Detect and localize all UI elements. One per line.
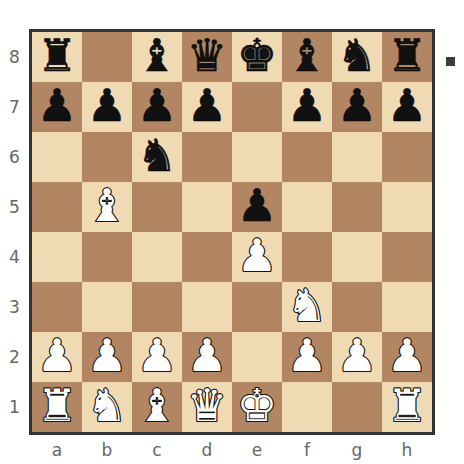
piece-black-rook[interactable]: ♜︎ — [37, 31, 77, 81]
rank-label-2: 2 — [0, 332, 29, 382]
square-a5[interactable] — [32, 182, 82, 232]
square-c2[interactable]: ♟︎ — [132, 332, 182, 382]
square-h7[interactable]: ♟︎ — [382, 82, 432, 132]
rank-labels: 87654321 — [0, 32, 29, 432]
square-f7[interactable]: ♟︎ — [282, 82, 332, 132]
file-label-d: d — [182, 437, 232, 463]
square-c1[interactable]: ♝︎ — [132, 382, 182, 432]
piece-black-pawn[interactable]: ♟︎ — [337, 81, 377, 131]
square-e3[interactable] — [232, 282, 282, 332]
square-a3[interactable] — [32, 282, 82, 332]
square-g4[interactable] — [332, 232, 382, 282]
black-to-move-indicator — [446, 57, 455, 66]
file-label-a: a — [32, 437, 82, 463]
square-f2[interactable]: ♟︎ — [282, 332, 332, 382]
piece-white-pawn[interactable]: ♟︎ — [387, 331, 427, 381]
square-d8[interactable]: ♛︎ — [182, 32, 232, 82]
square-f4[interactable] — [282, 232, 332, 282]
square-h6[interactable] — [382, 132, 432, 182]
square-a1[interactable]: ♜︎ — [32, 382, 82, 432]
board-frame: ♜︎♝︎♛︎♚︎♝︎♞︎♜︎♟︎♟︎♟︎♟︎♟︎♟︎♟︎♞︎♝︎♟︎♟︎♞︎♟︎… — [29, 29, 435, 435]
square-g3[interactable] — [332, 282, 382, 332]
square-g7[interactable]: ♟︎ — [332, 82, 382, 132]
file-label-h: h — [382, 437, 432, 463]
square-h5[interactable] — [382, 182, 432, 232]
square-e8[interactable]: ♚︎ — [232, 32, 282, 82]
square-c7[interactable]: ♟︎ — [132, 82, 182, 132]
square-d1[interactable]: ♛︎ — [182, 382, 232, 432]
rank-label-7: 7 — [0, 82, 29, 132]
rank-label-3: 3 — [0, 282, 29, 332]
square-g8[interactable]: ♞︎ — [332, 32, 382, 82]
square-a7[interactable]: ♟︎ — [32, 82, 82, 132]
piece-white-pawn[interactable]: ♟︎ — [137, 331, 177, 381]
piece-white-knight[interactable]: ♞︎ — [87, 381, 127, 431]
square-b4[interactable] — [82, 232, 132, 282]
square-b3[interactable] — [82, 282, 132, 332]
piece-black-rook[interactable]: ♜︎ — [387, 31, 427, 81]
piece-black-knight[interactable]: ♞︎ — [337, 31, 377, 81]
piece-black-pawn[interactable]: ♟︎ — [37, 81, 77, 131]
square-c8[interactable]: ♝︎ — [132, 32, 182, 82]
square-c6[interactable]: ♞︎ — [132, 132, 182, 182]
square-d2[interactable]: ♟︎ — [182, 332, 232, 382]
square-f8[interactable]: ♝︎ — [282, 32, 332, 82]
square-h1[interactable]: ♜︎ — [382, 382, 432, 432]
piece-black-knight[interactable]: ♞︎ — [137, 131, 177, 181]
square-b5[interactable]: ♝︎ — [82, 182, 132, 232]
chess-board: ♜︎♝︎♛︎♚︎♝︎♞︎♜︎♟︎♟︎♟︎♟︎♟︎♟︎♟︎♞︎♝︎♟︎♟︎♞︎♟︎… — [32, 32, 432, 432]
piece-white-rook[interactable]: ♜︎ — [387, 381, 427, 431]
piece-white-bishop[interactable]: ♝︎ — [87, 181, 127, 231]
square-c3[interactable] — [132, 282, 182, 332]
square-b8[interactable] — [82, 32, 132, 82]
file-label-g: g — [332, 437, 382, 463]
file-labels: abcdefgh — [32, 437, 432, 463]
square-a8[interactable]: ♜︎ — [32, 32, 82, 82]
piece-black-pawn[interactable]: ♟︎ — [87, 81, 127, 131]
square-d3[interactable] — [182, 282, 232, 332]
square-c5[interactable] — [132, 182, 182, 232]
rank-label-1: 1 — [0, 382, 29, 432]
square-e1[interactable]: ♚︎ — [232, 382, 282, 432]
rank-label-8: 8 — [0, 32, 29, 82]
square-e4[interactable]: ♟︎ — [232, 232, 282, 282]
piece-black-pawn[interactable]: ♟︎ — [237, 181, 277, 231]
square-d5[interactable] — [182, 182, 232, 232]
piece-black-pawn[interactable]: ♟︎ — [137, 81, 177, 131]
square-g1[interactable] — [332, 382, 382, 432]
square-c4[interactable] — [132, 232, 182, 282]
square-g2[interactable]: ♟︎ — [332, 332, 382, 382]
file-label-c: c — [132, 437, 182, 463]
square-f3[interactable]: ♞︎ — [282, 282, 332, 332]
file-label-f: f — [282, 437, 332, 463]
piece-black-king[interactable]: ♚︎ — [237, 31, 277, 81]
square-h2[interactable]: ♟︎ — [382, 332, 432, 382]
square-b6[interactable] — [82, 132, 132, 182]
piece-white-pawn[interactable]: ♟︎ — [337, 331, 377, 381]
chess-diagram: 87654321 ♜︎♝︎♛︎♚︎♝︎♞︎♜︎♟︎♟︎♟︎♟︎♟︎♟︎♟︎♞︎♝… — [0, 0, 464, 464]
piece-white-king[interactable]: ♚︎ — [237, 381, 277, 431]
square-f5[interactable] — [282, 182, 332, 232]
square-h3[interactable] — [382, 282, 432, 332]
file-label-e: e — [232, 437, 282, 463]
piece-white-pawn[interactable]: ♟︎ — [87, 331, 127, 381]
square-h8[interactable]: ♜︎ — [382, 32, 432, 82]
square-h4[interactable] — [382, 232, 432, 282]
rank-label-4: 4 — [0, 232, 29, 282]
piece-white-pawn[interactable]: ♟︎ — [287, 331, 327, 381]
piece-white-bishop[interactable]: ♝︎ — [137, 381, 177, 431]
square-b2[interactable]: ♟︎ — [82, 332, 132, 382]
square-a6[interactable] — [32, 132, 82, 182]
square-e5[interactable]: ♟︎ — [232, 182, 282, 232]
square-e2[interactable] — [232, 332, 282, 382]
square-d4[interactable] — [182, 232, 232, 282]
rank-label-5: 5 — [0, 182, 29, 232]
square-e6[interactable] — [232, 132, 282, 182]
piece-black-pawn[interactable]: ♟︎ — [287, 81, 327, 131]
piece-white-knight[interactable]: ♞︎ — [287, 281, 327, 331]
piece-white-rook[interactable]: ♜︎ — [37, 381, 77, 431]
piece-black-queen[interactable]: ♛︎ — [187, 31, 227, 81]
square-e7[interactable] — [232, 82, 282, 132]
file-label-b: b — [82, 437, 132, 463]
square-g5[interactable] — [332, 182, 382, 232]
square-f6[interactable] — [282, 132, 332, 182]
square-b7[interactable]: ♟︎ — [82, 82, 132, 132]
piece-white-pawn[interactable]: ♟︎ — [37, 331, 77, 381]
square-a4[interactable] — [32, 232, 82, 282]
piece-white-queen[interactable]: ♛︎ — [187, 381, 227, 431]
square-d7[interactable]: ♟︎ — [182, 82, 232, 132]
piece-black-bishop[interactable]: ♝︎ — [137, 31, 177, 81]
square-g6[interactable] — [332, 132, 382, 182]
rank-label-6: 6 — [0, 132, 29, 182]
square-a2[interactable]: ♟︎ — [32, 332, 82, 382]
square-f1[interactable] — [282, 382, 332, 432]
piece-white-pawn[interactable]: ♟︎ — [237, 231, 277, 281]
piece-black-pawn[interactable]: ♟︎ — [187, 81, 227, 131]
piece-black-pawn[interactable]: ♟︎ — [387, 81, 427, 131]
piece-white-pawn[interactable]: ♟︎ — [187, 331, 227, 381]
piece-black-bishop[interactable]: ♝︎ — [287, 31, 327, 81]
square-d6[interactable] — [182, 132, 232, 182]
square-b1[interactable]: ♞︎ — [82, 382, 132, 432]
